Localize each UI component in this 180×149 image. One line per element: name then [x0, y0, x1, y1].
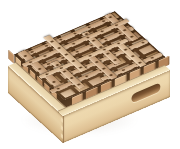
post [60, 89, 77, 99]
handle-cutout [131, 82, 160, 103]
post-face [8, 49, 14, 64]
corner-seam [63, 115, 64, 143]
product-photo [0, 0, 180, 149]
